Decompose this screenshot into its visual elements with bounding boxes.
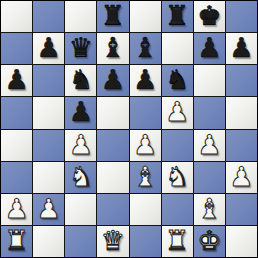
square-e7[interactable]: ♝ xyxy=(130,33,161,64)
square-e6[interactable]: ♟ xyxy=(130,65,161,96)
piece-black-pawn: ♟ xyxy=(101,66,125,93)
square-f3[interactable]: ♞ xyxy=(162,162,193,193)
piece-white-bishop: ♝ xyxy=(133,163,157,190)
square-f4[interactable] xyxy=(162,130,193,161)
square-f1[interactable]: ♜ xyxy=(162,226,193,257)
square-e2[interactable] xyxy=(130,194,161,225)
square-e5[interactable] xyxy=(130,97,161,128)
square-b1[interactable] xyxy=(33,226,64,257)
square-a2[interactable]: ♟ xyxy=(1,194,32,225)
square-a5[interactable] xyxy=(1,97,32,128)
square-h3[interactable]: ♟ xyxy=(226,162,257,193)
square-h4[interactable] xyxy=(226,130,257,161)
square-d3[interactable] xyxy=(97,162,128,193)
piece-white-pawn: ♟ xyxy=(37,195,61,222)
square-c7[interactable]: ♛ xyxy=(65,33,96,64)
square-e3[interactable]: ♝ xyxy=(130,162,161,193)
square-b4[interactable] xyxy=(33,130,64,161)
piece-white-pawn: ♟ xyxy=(4,195,28,222)
piece-black-knight: ♞ xyxy=(165,66,189,93)
square-a6[interactable]: ♟ xyxy=(1,65,32,96)
piece-black-pawn: ♟ xyxy=(69,98,93,125)
piece-black-pawn: ♟ xyxy=(197,34,221,61)
square-c8[interactable] xyxy=(65,1,96,32)
square-b6[interactable] xyxy=(33,65,64,96)
square-a7[interactable] xyxy=(1,33,32,64)
square-c6[interactable]: ♞ xyxy=(65,65,96,96)
chess-board-grid: ♜♜♚♟♛♝♝♟♟♟♞♟♟♞♟♟♟♟♟♞♝♞♟♟♟♝♜♛♜♚ xyxy=(1,1,257,257)
square-d4[interactable] xyxy=(97,130,128,161)
square-d8[interactable]: ♜ xyxy=(97,1,128,32)
square-g6[interactable] xyxy=(194,65,225,96)
square-b2[interactable]: ♟ xyxy=(33,194,64,225)
piece-white-pawn: ♟ xyxy=(133,131,157,158)
square-f7[interactable] xyxy=(162,33,193,64)
square-a3[interactable] xyxy=(1,162,32,193)
square-a4[interactable] xyxy=(1,130,32,161)
square-h8[interactable] xyxy=(226,1,257,32)
square-f5[interactable]: ♟ xyxy=(162,97,193,128)
square-f2[interactable] xyxy=(162,194,193,225)
square-g3[interactable] xyxy=(194,162,225,193)
square-h2[interactable] xyxy=(226,194,257,225)
square-e4[interactable]: ♟ xyxy=(130,130,161,161)
piece-white-pawn: ♟ xyxy=(197,131,221,158)
square-d1[interactable]: ♛ xyxy=(97,226,128,257)
piece-black-bishop: ♝ xyxy=(101,34,125,61)
piece-white-king: ♚ xyxy=(197,227,221,254)
piece-black-pawn: ♟ xyxy=(229,34,253,61)
square-h5[interactable] xyxy=(226,97,257,128)
square-c1[interactable] xyxy=(65,226,96,257)
piece-white-rook: ♜ xyxy=(4,227,28,254)
piece-white-rook: ♜ xyxy=(165,227,189,254)
square-f6[interactable]: ♞ xyxy=(162,65,193,96)
piece-black-bishop: ♝ xyxy=(133,34,157,61)
square-e8[interactable] xyxy=(130,1,161,32)
piece-black-rook: ♜ xyxy=(165,2,189,29)
piece-white-knight: ♞ xyxy=(165,163,189,190)
square-g8[interactable]: ♚ xyxy=(194,1,225,32)
square-c4[interactable]: ♟ xyxy=(65,130,96,161)
piece-black-pawn: ♟ xyxy=(37,34,61,61)
square-b3[interactable] xyxy=(33,162,64,193)
square-c5[interactable]: ♟ xyxy=(65,97,96,128)
square-g4[interactable]: ♟ xyxy=(194,130,225,161)
square-h1[interactable] xyxy=(226,226,257,257)
square-g1[interactable]: ♚ xyxy=(194,226,225,257)
square-g7[interactable]: ♟ xyxy=(194,33,225,64)
square-b5[interactable] xyxy=(33,97,64,128)
piece-black-pawn: ♟ xyxy=(133,66,157,93)
square-b7[interactable]: ♟ xyxy=(33,33,64,64)
square-c3[interactable]: ♞ xyxy=(65,162,96,193)
square-d7[interactable]: ♝ xyxy=(97,33,128,64)
piece-white-bishop: ♝ xyxy=(197,195,221,222)
square-h6[interactable] xyxy=(226,65,257,96)
piece-white-pawn: ♟ xyxy=(229,163,253,190)
square-d6[interactable]: ♟ xyxy=(97,65,128,96)
piece-black-queen: ♛ xyxy=(69,34,93,61)
chess-board: ♜♜♚♟♛♝♝♟♟♟♞♟♟♞♟♟♟♟♟♞♝♞♟♟♟♝♜♛♜♚ xyxy=(0,0,258,258)
square-b8[interactable] xyxy=(33,1,64,32)
piece-black-king: ♚ xyxy=(197,2,221,29)
square-f8[interactable]: ♜ xyxy=(162,1,193,32)
piece-white-knight: ♞ xyxy=(69,163,93,190)
piece-black-rook: ♜ xyxy=(101,2,125,29)
piece-black-pawn: ♟ xyxy=(4,66,28,93)
square-e1[interactable] xyxy=(130,226,161,257)
piece-black-knight: ♞ xyxy=(69,66,93,93)
piece-white-queen: ♛ xyxy=(101,227,125,254)
square-a1[interactable]: ♜ xyxy=(1,226,32,257)
square-g2[interactable]: ♝ xyxy=(194,194,225,225)
square-d5[interactable] xyxy=(97,97,128,128)
piece-white-pawn: ♟ xyxy=(165,98,189,125)
square-h7[interactable]: ♟ xyxy=(226,33,257,64)
square-g5[interactable] xyxy=(194,97,225,128)
piece-white-pawn: ♟ xyxy=(69,131,93,158)
square-c2[interactable] xyxy=(65,194,96,225)
square-d2[interactable] xyxy=(97,194,128,225)
square-a8[interactable] xyxy=(1,1,32,32)
